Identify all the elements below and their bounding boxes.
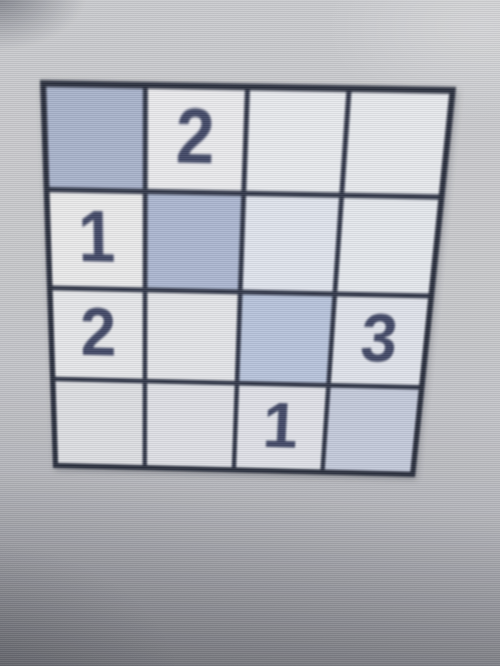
cell-r0-c0[interactable] <box>46 87 142 189</box>
cell-r2-c1[interactable] <box>147 292 237 381</box>
cell-r2-c2[interactable] <box>239 294 333 383</box>
sudoku-board: 2 1 2 3 1 <box>40 80 456 477</box>
cell-r1-c1[interactable] <box>147 194 241 289</box>
cell-r1-c2[interactable] <box>242 196 339 291</box>
cell-r2-c0[interactable]: 2 <box>53 290 143 379</box>
cell-r1-c3[interactable] <box>338 198 439 293</box>
cell-r2-c3[interactable]: 3 <box>331 296 428 385</box>
cell-r0-c2[interactable] <box>246 90 347 192</box>
cell-r3-c3[interactable] <box>325 388 419 472</box>
cell-r0-c1[interactable]: 2 <box>147 89 244 191</box>
cell-r0-c3[interactable] <box>345 92 450 194</box>
cell-r1-c0[interactable]: 1 <box>50 192 143 287</box>
cell-r3-c2[interactable]: 1 <box>236 386 326 470</box>
cell-r3-c0[interactable] <box>56 382 143 465</box>
cell-r3-c1[interactable] <box>147 384 234 468</box>
